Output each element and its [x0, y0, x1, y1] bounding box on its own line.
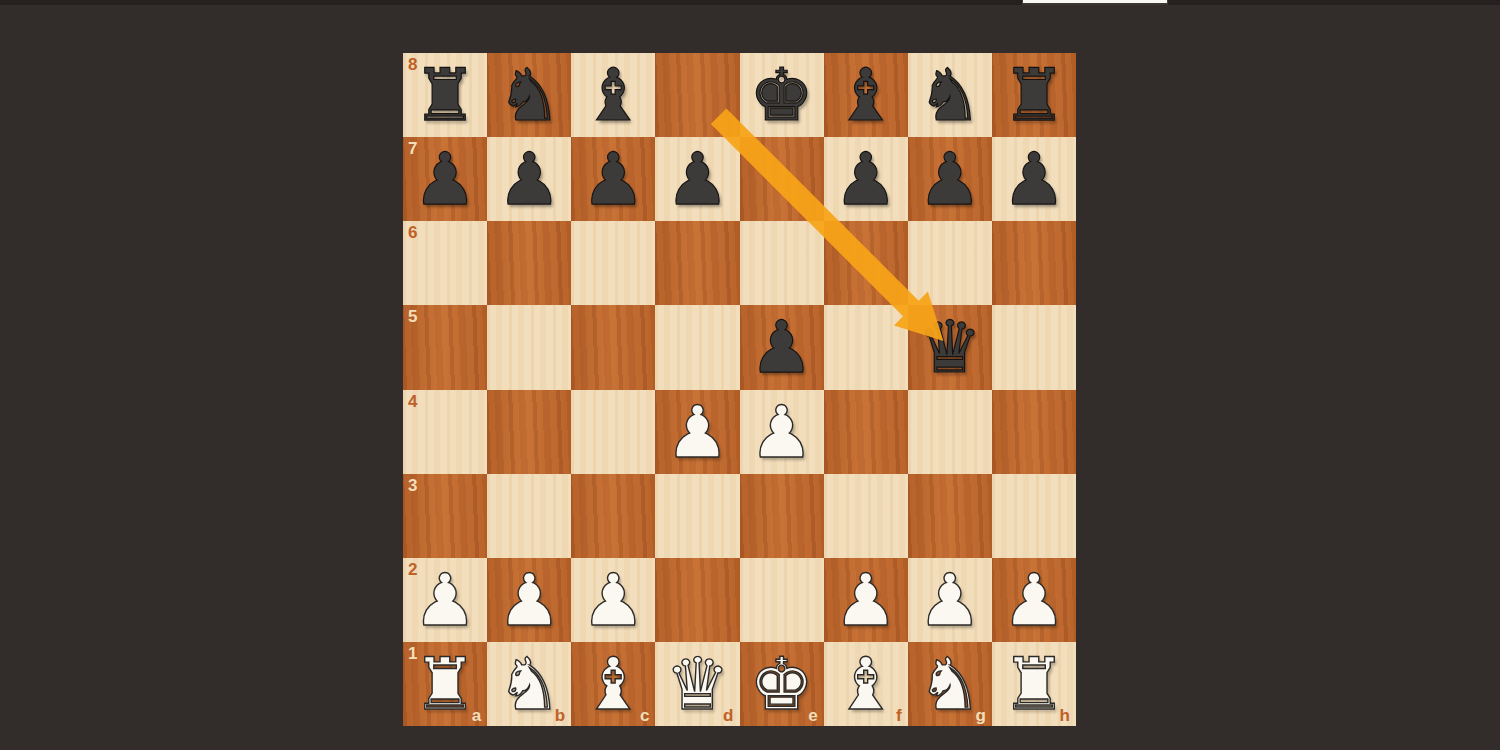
square-e4[interactable]: ♟ — [740, 390, 824, 474]
black-pawn-d7[interactable]: ♟ — [665, 137, 730, 221]
black-rook-h8[interactable]: ♜ — [1002, 53, 1067, 137]
square-h3[interactable] — [992, 474, 1076, 558]
white-queen-d1[interactable]: ♛ — [665, 642, 730, 726]
black-pawn-c7[interactable]: ♟ — [581, 137, 646, 221]
white-pawn-g2[interactable]: ♟ — [918, 558, 983, 642]
square-c3[interactable] — [571, 474, 655, 558]
square-e3[interactable] — [740, 474, 824, 558]
square-f2[interactable]: ♟ — [824, 558, 908, 642]
white-knight-b1[interactable]: ♞ — [497, 642, 562, 726]
white-knight-g1[interactable]: ♞ — [918, 642, 983, 726]
square-g2[interactable]: ♟ — [908, 558, 992, 642]
square-h7[interactable]: ♟ — [992, 137, 1076, 221]
top-edge-strip — [0, 0, 1500, 5]
square-e7[interactable] — [740, 137, 824, 221]
clipped-white-ui-bar — [1022, 0, 1168, 5]
square-a3[interactable]: 3 — [403, 474, 487, 558]
rank-label-6: 6 — [408, 224, 417, 241]
black-knight-g8[interactable]: ♞ — [918, 53, 983, 137]
square-d8[interactable] — [655, 53, 739, 137]
square-a7[interactable]: 7♟ — [403, 137, 487, 221]
square-b2[interactable]: ♟ — [487, 558, 571, 642]
square-c1[interactable]: c♝ — [571, 642, 655, 726]
rank-label-4: 4 — [408, 393, 417, 410]
square-g8[interactable]: ♞ — [908, 53, 992, 137]
square-a6[interactable]: 6 — [403, 221, 487, 305]
square-c4[interactable] — [571, 390, 655, 474]
square-b7[interactable]: ♟ — [487, 137, 571, 221]
square-d7[interactable]: ♟ — [655, 137, 739, 221]
white-pawn-c2[interactable]: ♟ — [581, 558, 646, 642]
white-pawn-e4[interactable]: ♟ — [749, 390, 814, 474]
square-g7[interactable]: ♟ — [908, 137, 992, 221]
white-pawn-f2[interactable]: ♟ — [833, 558, 898, 642]
square-h4[interactable] — [992, 390, 1076, 474]
square-d6[interactable] — [655, 221, 739, 305]
square-e8[interactable]: ♚ — [740, 53, 824, 137]
square-c5[interactable] — [571, 305, 655, 389]
square-a5[interactable]: 5 — [403, 305, 487, 389]
square-d3[interactable] — [655, 474, 739, 558]
square-b3[interactable] — [487, 474, 571, 558]
square-g5[interactable]: ♛ — [908, 305, 992, 389]
square-g4[interactable] — [908, 390, 992, 474]
white-pawn-a2[interactable]: ♟ — [413, 558, 478, 642]
white-pawn-h2[interactable]: ♟ — [1002, 558, 1067, 642]
black-bishop-c8[interactable]: ♝ — [581, 53, 646, 137]
square-b4[interactable] — [487, 390, 571, 474]
black-pawn-e5[interactable]: ♟ — [749, 305, 814, 389]
square-a4[interactable]: 4 — [403, 390, 487, 474]
white-rook-a1[interactable]: ♜ — [413, 642, 478, 726]
black-rook-a8[interactable]: ♜ — [413, 53, 478, 137]
square-g1[interactable]: g♞ — [908, 642, 992, 726]
square-f4[interactable] — [824, 390, 908, 474]
black-pawn-h7[interactable]: ♟ — [1002, 137, 1067, 221]
black-pawn-a7[interactable]: ♟ — [413, 137, 478, 221]
black-pawn-b7[interactable]: ♟ — [497, 137, 562, 221]
square-e6[interactable] — [740, 221, 824, 305]
square-e5[interactable]: ♟ — [740, 305, 824, 389]
square-a8[interactable]: 8♜ — [403, 53, 487, 137]
square-a1[interactable]: 1a♜ — [403, 642, 487, 726]
square-h5[interactable] — [992, 305, 1076, 389]
square-c2[interactable]: ♟ — [571, 558, 655, 642]
square-d5[interactable] — [655, 305, 739, 389]
square-c7[interactable]: ♟ — [571, 137, 655, 221]
black-pawn-f7[interactable]: ♟ — [833, 137, 898, 221]
white-bishop-c1[interactable]: ♝ — [581, 642, 646, 726]
square-e2[interactable] — [740, 558, 824, 642]
square-a2[interactable]: 2♟ — [403, 558, 487, 642]
square-c8[interactable]: ♝ — [571, 53, 655, 137]
black-queen-g5[interactable]: ♛ — [918, 305, 983, 389]
black-king-e8[interactable]: ♚ — [749, 53, 814, 137]
square-h1[interactable]: h♜ — [992, 642, 1076, 726]
square-f7[interactable]: ♟ — [824, 137, 908, 221]
square-f5[interactable] — [824, 305, 908, 389]
square-f6[interactable] — [824, 221, 908, 305]
rank-label-5: 5 — [408, 308, 417, 325]
square-f1[interactable]: f♝ — [824, 642, 908, 726]
black-bishop-f8[interactable]: ♝ — [833, 53, 898, 137]
square-e1[interactable]: e♚ — [740, 642, 824, 726]
black-pawn-g7[interactable]: ♟ — [918, 137, 983, 221]
square-b1[interactable]: b♞ — [487, 642, 571, 726]
square-h2[interactable]: ♟ — [992, 558, 1076, 642]
black-knight-b8[interactable]: ♞ — [497, 53, 562, 137]
square-d1[interactable]: d♛ — [655, 642, 739, 726]
square-f3[interactable] — [824, 474, 908, 558]
white-pawn-b2[interactable]: ♟ — [497, 558, 562, 642]
white-bishop-f1[interactable]: ♝ — [833, 642, 898, 726]
square-h8[interactable]: ♜ — [992, 53, 1076, 137]
square-b8[interactable]: ♞ — [487, 53, 571, 137]
square-h6[interactable] — [992, 221, 1076, 305]
square-d4[interactable]: ♟ — [655, 390, 739, 474]
white-king-e1[interactable]: ♚ — [749, 642, 814, 726]
square-c6[interactable] — [571, 221, 655, 305]
square-g6[interactable] — [908, 221, 992, 305]
white-rook-h1[interactable]: ♜ — [1002, 642, 1067, 726]
square-b6[interactable] — [487, 221, 571, 305]
square-b5[interactable] — [487, 305, 571, 389]
square-f8[interactable]: ♝ — [824, 53, 908, 137]
white-pawn-d4[interactable]: ♟ — [665, 390, 730, 474]
square-d2[interactable] — [655, 558, 739, 642]
page-background: 8♜♞♝♚♝♞♜7♟♟♟♟♟♟♟65♟♛4♟♟32♟♟♟♟♟♟1a♜b♞c♝d♛… — [0, 0, 1500, 750]
rank-label-3: 3 — [408, 477, 417, 494]
square-g3[interactable] — [908, 474, 992, 558]
chess-board: 8♜♞♝♚♝♞♜7♟♟♟♟♟♟♟65♟♛4♟♟32♟♟♟♟♟♟1a♜b♞c♝d♛… — [403, 53, 1076, 726]
